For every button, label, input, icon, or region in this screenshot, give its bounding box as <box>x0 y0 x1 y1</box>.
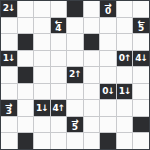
cell-r1c1[interactable] <box>18 18 34 34</box>
cell-r1c5[interactable] <box>84 18 100 34</box>
cell-r0c0: 2↓ <box>1 1 17 17</box>
cell-r4c8[interactable] <box>133 67 149 83</box>
cell-r1c6[interactable] <box>100 18 116 34</box>
cell-r7c1[interactable] <box>18 117 34 133</box>
cell-r7c3[interactable] <box>51 117 67 133</box>
cell-r0c2[interactable] <box>34 1 50 17</box>
clue-number-arrow-down: 4↓ <box>135 54 147 63</box>
cell-r8c1 <box>18 133 34 149</box>
cell-r6c6[interactable] <box>100 100 116 116</box>
clue-number-arrow-up: 2↑ <box>69 70 81 79</box>
cell-r6c1[interactable] <box>18 100 34 116</box>
clue-number: 5 <box>138 24 144 32</box>
cell-r0c8[interactable] <box>133 1 149 17</box>
cell-r2c6[interactable] <box>100 34 116 50</box>
cell-r2c1 <box>18 34 34 50</box>
cell-r3c6[interactable] <box>100 51 116 67</box>
cell-r7c6[interactable] <box>100 117 116 133</box>
cell-r4c0[interactable] <box>1 67 17 83</box>
cell-r1c2[interactable] <box>34 18 50 34</box>
cell-r5c6: 0↓ <box>100 84 116 100</box>
cell-r5c1[interactable] <box>18 84 34 100</box>
cell-r5c4[interactable] <box>67 84 83 100</box>
cell-r7c0[interactable] <box>1 117 17 133</box>
clue-number: 0 <box>105 7 111 15</box>
cell-r8c0[interactable] <box>1 133 17 149</box>
cell-r2c0[interactable] <box>1 34 17 50</box>
cell-r0c6: →0 <box>100 1 116 17</box>
cell-r5c0[interactable] <box>1 84 17 100</box>
cell-r3c3[interactable] <box>51 51 67 67</box>
cell-r7c4: →5 <box>67 117 83 133</box>
cell-r8c8[interactable] <box>133 133 149 149</box>
cell-r4c7[interactable] <box>117 67 133 83</box>
cell-r2c4[interactable] <box>67 34 83 50</box>
clue-number-arrow-up: 4↑ <box>53 104 65 113</box>
cell-r4c3[interactable] <box>51 67 67 83</box>
cell-r0c5[interactable] <box>84 1 100 17</box>
cell-r8c6 <box>100 133 116 149</box>
cell-r2c5 <box>84 34 100 50</box>
cell-r3c4[interactable] <box>67 51 83 67</box>
cell-r4c1 <box>18 67 34 83</box>
cell-r6c0: →3 <box>1 100 17 116</box>
cell-r1c7[interactable] <box>117 18 133 34</box>
cell-r1c8: ←5 <box>133 18 149 34</box>
cell-r1c3: ←4 <box>51 18 67 34</box>
cell-r7c5[interactable] <box>84 117 100 133</box>
cell-r5c3[interactable] <box>51 84 67 100</box>
cell-r6c2: 1↓ <box>34 100 50 116</box>
cell-r7c7[interactable] <box>117 117 133 133</box>
cell-r5c5[interactable] <box>84 84 100 100</box>
clue-number-arrow-up: 0↑ <box>119 54 131 63</box>
cell-r7c8 <box>133 117 149 133</box>
cell-r5c7: 1↓ <box>117 84 133 100</box>
cell-r2c7[interactable] <box>117 34 133 50</box>
cell-r8c2[interactable] <box>34 133 50 149</box>
cell-r7c2[interactable] <box>34 117 50 133</box>
cell-r2c3[interactable] <box>51 34 67 50</box>
cell-r3c2[interactable] <box>34 51 50 67</box>
cell-r6c8[interactable] <box>133 100 149 116</box>
cell-r8c7[interactable] <box>117 133 133 149</box>
yajilin-board: 2↓→0←4←51↓0↑4↓2↑0↓1↓→31↓4↑→5 <box>0 0 150 150</box>
cell-r0c3[interactable] <box>51 1 67 17</box>
cell-r1c4[interactable] <box>67 18 83 34</box>
cell-r3c1[interactable] <box>18 51 34 67</box>
cell-r3c7: 0↑ <box>117 51 133 67</box>
cell-r4c5[interactable] <box>84 67 100 83</box>
cell-r6c4[interactable] <box>67 100 83 116</box>
cell-r6c5[interactable] <box>84 100 100 116</box>
cell-r4c6[interactable] <box>100 67 116 83</box>
cell-r5c2[interactable] <box>34 84 50 100</box>
cell-r4c4: 2↑ <box>67 67 83 83</box>
cell-r0c4 <box>67 1 83 17</box>
clue-number: 3 <box>6 107 12 115</box>
cell-r0c1[interactable] <box>18 1 34 17</box>
cell-r3c8: 4↓ <box>133 51 149 67</box>
cell-r8c3[interactable] <box>51 133 67 149</box>
clue-number-arrow-down: 1↓ <box>3 54 15 63</box>
cell-r2c8[interactable] <box>133 34 149 50</box>
cell-r6c3: 4↑ <box>51 100 67 116</box>
cell-r6c7[interactable] <box>117 100 133 116</box>
cell-r4c2[interactable] <box>34 67 50 83</box>
clue-number: 4 <box>55 24 61 32</box>
cell-r0c7[interactable] <box>117 1 133 17</box>
clue-number-arrow-down: 1↓ <box>119 87 131 96</box>
cell-r1c0[interactable] <box>1 18 17 34</box>
cell-r2c2[interactable] <box>34 34 50 50</box>
cell-r8c4[interactable] <box>67 133 83 149</box>
clue-number: 5 <box>72 123 78 131</box>
clue-number-arrow-down: 2↓ <box>3 4 15 13</box>
cell-r3c5[interactable] <box>84 51 100 67</box>
cell-r8c5[interactable] <box>84 133 100 149</box>
cell-r5c8[interactable] <box>133 84 149 100</box>
clue-number-arrow-down: 1↓ <box>36 104 48 113</box>
clue-number-arrow-down: 0↓ <box>102 87 114 96</box>
cell-r3c0: 1↓ <box>1 51 17 67</box>
